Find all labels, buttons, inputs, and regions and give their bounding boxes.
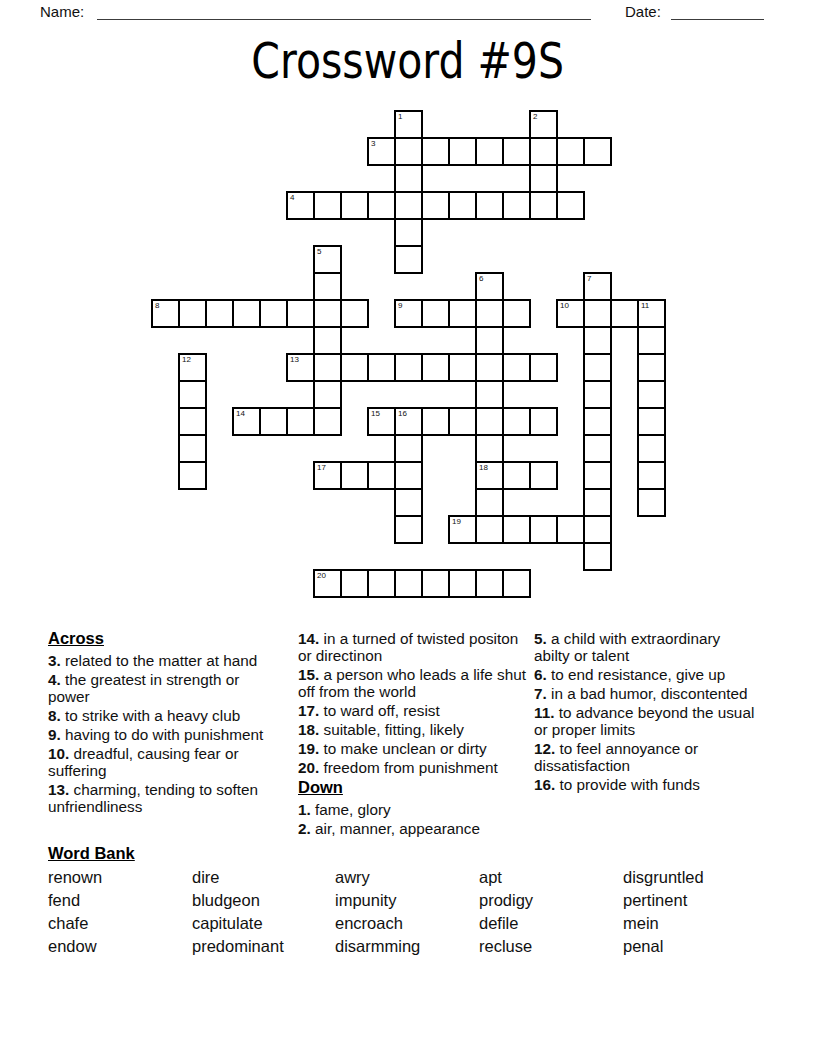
grid-cell-r16-c16[interactable] (583, 542, 612, 571)
cell-number-6: 6 (479, 274, 483, 284)
clue-number-down-6: 6. (534, 666, 547, 683)
clue-number-down-1: 1. (298, 801, 311, 818)
word-bank-word-capitulate: capitulate (192, 914, 263, 933)
page-title: Crossword #9S (0, 33, 816, 89)
cell-number-18: 18 (479, 463, 488, 473)
cell-number-1: 1 (398, 112, 402, 122)
word-bank-word-disgruntled: disgruntled (623, 868, 704, 887)
grid-cell-r7-c2[interactable] (205, 299, 234, 328)
grid-cell-r10-c6[interactable] (313, 380, 342, 409)
clue-number-across-19: 19. (298, 740, 319, 757)
cell-number-11: 11 (641, 301, 649, 311)
clue-number-across-17: 17. (298, 702, 319, 719)
grid-cell-r14-c16[interactable] (583, 488, 612, 517)
clue-across-13: 13. charming, tending to soften unfriend… (48, 781, 278, 815)
word-bank-word-pertinent: pertinent (623, 891, 687, 910)
word-bank-words: renowndireawryaptdisgruntledfendbludgeon… (48, 868, 788, 964)
grid-cell-r3-c14[interactable] (529, 191, 558, 220)
grid-cell-r13-c7[interactable] (340, 461, 369, 490)
word-bank-word-endow: endow (48, 937, 97, 956)
word-bank-word-bludgeon: bludgeon (192, 891, 260, 910)
clue-across-18: 18. suitable, fitting, likely (298, 721, 534, 738)
grid-cell-r7-c5[interactable] (286, 299, 315, 328)
grid-cell-r11-c18[interactable] (637, 407, 666, 436)
grid-cell-r13-c8[interactable] (367, 461, 396, 490)
clue-number-across-10: 10. (48, 745, 69, 762)
clue-number-across-3: 3. (48, 652, 61, 669)
grid-cell-r17-c12[interactable] (475, 569, 504, 598)
grid-cell-r15-c14[interactable] (529, 515, 558, 544)
cell-number-13: 13 (290, 355, 299, 365)
grid-cell-r3-c9[interactable] (394, 191, 423, 220)
clue-down-7: 7. in a bad humor, discontented (534, 685, 756, 702)
cell-number-19: 19 (452, 517, 461, 527)
grid-cell-r1-c12[interactable] (475, 137, 504, 166)
grid-cell-r13-c9[interactable] (394, 461, 423, 490)
grid-cell-r9-c14[interactable] (529, 353, 558, 382)
grid-cell-r11-c12[interactable] (475, 407, 504, 436)
grid-cell-r6-c12[interactable]: 6 (475, 272, 504, 301)
grid-cell-r10-c18[interactable] (637, 380, 666, 409)
grid-cell-r15-c11[interactable]: 19 (448, 515, 477, 544)
grid-cell-r15-c12[interactable] (475, 515, 504, 544)
grid-cell-r17-c6[interactable]: 20 (313, 569, 342, 598)
grid-cell-r9-c13[interactable] (502, 353, 531, 382)
grid-cell-r8-c6[interactable] (313, 326, 342, 355)
grid-cell-r12-c18[interactable] (637, 434, 666, 463)
grid-cell-r11-c5[interactable] (286, 407, 315, 436)
grid-cell-r14-c9[interactable] (394, 488, 423, 517)
grid-cell-r11-c1[interactable] (178, 407, 207, 436)
grid-cell-r12-c1[interactable] (178, 434, 207, 463)
grid-cell-r3-c7[interactable] (340, 191, 369, 220)
grid-cell-r15-c13[interactable] (502, 515, 531, 544)
grid-cell-r8-c18[interactable] (637, 326, 666, 355)
grid-cell-r3-c5[interactable]: 4 (286, 191, 315, 220)
grid-cell-r7-c11[interactable] (448, 299, 477, 328)
clue-number-down-7: 7. (534, 685, 547, 702)
date-label: Date: (625, 3, 661, 20)
grid-cell-r1-c9[interactable] (394, 137, 423, 166)
grid-cell-r2-c14[interactable] (529, 164, 558, 193)
word-bank: Word Bank renowndireawryaptdisgruntledfe… (48, 844, 788, 964)
grid-cell-r11-c13[interactable] (502, 407, 531, 436)
grid-cell-r11-c6[interactable] (313, 407, 342, 436)
grid-cell-r5-c9[interactable] (394, 245, 423, 274)
clue-across-3: 3. related to the matter at hand (48, 652, 278, 669)
clue-across-8: 8. to strike with a heavy club (48, 707, 278, 724)
grid-cell-r14-c18[interactable] (637, 488, 666, 517)
grid-cell-r9-c6[interactable] (313, 353, 342, 382)
grid-cell-r11-c16[interactable] (583, 407, 612, 436)
crossword-grid: 3489101113141516171819201256712 (151, 110, 666, 598)
clue-number-down-2: 2. (298, 820, 311, 837)
grid-cell-r1-c8[interactable]: 3 (367, 137, 396, 166)
cell-number-10: 10 (560, 301, 569, 311)
grid-cell-r12-c12[interactable] (475, 434, 504, 463)
word-bank-word-apt: apt (479, 868, 502, 887)
clue-down-16: 16. to provide with funds (534, 776, 756, 793)
word-bank-word-penal: penal (623, 937, 663, 956)
clue-across-19: 19. to make unclean or dirty (298, 740, 534, 757)
name-label: Name: (40, 3, 84, 20)
grid-cell-r7-c1[interactable] (178, 299, 207, 328)
grid-cell-r17-c7[interactable] (340, 569, 369, 598)
grid-cell-r6-c6[interactable] (313, 272, 342, 301)
grid-cell-r17-c13[interactable] (502, 569, 531, 598)
grid-cell-r17-c11[interactable] (448, 569, 477, 598)
grid-cell-r7-c3[interactable] (232, 299, 261, 328)
grid-cell-r7-c15[interactable]: 10 (556, 299, 585, 328)
grid-cell-r11-c14[interactable] (529, 407, 558, 436)
grid-cell-r1-c11[interactable] (448, 137, 477, 166)
cell-number-3: 3 (371, 139, 375, 149)
word-bank-word-encroach: encroach (335, 914, 403, 933)
cell-number-17: 17 (317, 463, 326, 473)
word-bank-word-chafe: chafe (48, 914, 88, 933)
across-heading: Across (48, 629, 278, 648)
cell-number-20: 20 (317, 571, 326, 581)
grid-cell-r9-c9[interactable] (394, 353, 423, 382)
grid-cell-r13-c12[interactable]: 18 (475, 461, 504, 490)
grid-cell-r7-c0[interactable]: 8 (151, 299, 180, 328)
clue-number-across-9: 9. (48, 726, 61, 743)
grid-cell-r11-c3[interactable]: 14 (232, 407, 261, 436)
word-bank-word-disarmming: disarmming (335, 937, 420, 956)
grid-cell-r15-c15[interactable] (556, 515, 585, 544)
grid-cell-r7-c9[interactable]: 9 (394, 299, 423, 328)
cell-number-2: 2 (533, 112, 537, 122)
clue-across-17: 17. to ward off, resist (298, 702, 534, 719)
clue-across-9: 9. having to do with punishment (48, 726, 278, 743)
clue-number-across-4: 4. (48, 671, 61, 688)
grid-cell-r1-c14[interactable] (529, 137, 558, 166)
grid-cell-r7-c7[interactable] (340, 299, 369, 328)
grid-cell-r15-c9[interactable] (394, 515, 423, 544)
grid-cell-r8-c12[interactable] (475, 326, 504, 355)
worksheet-page: Name: Date: Crossword #9S 34891011131415… (0, 0, 816, 1056)
clue-number-across-13: 13. (48, 781, 69, 798)
grid-cell-r7-c13[interactable] (502, 299, 531, 328)
grid-cell-r3-c13[interactable] (502, 191, 531, 220)
grid-cell-r3-c10[interactable] (421, 191, 450, 220)
grid-cell-r9-c7[interactable] (340, 353, 369, 382)
grid-cell-r3-c12[interactable] (475, 191, 504, 220)
word-bank-word-dire: dire (192, 868, 220, 887)
grid-cell-r0-c9[interactable]: 1 (394, 110, 423, 139)
page-title-text: Crossword #9S (252, 33, 565, 89)
clue-across-14: 14. in a turned of twisted positon or di… (298, 630, 534, 664)
grid-cell-r11-c4[interactable] (259, 407, 288, 436)
word-bank-word-predominant: predominant (192, 937, 284, 956)
grid-cell-r7-c12[interactable] (475, 299, 504, 328)
grid-cell-r7-c18[interactable]: 11 (637, 299, 666, 328)
grid-cell-r3-c8[interactable] (367, 191, 396, 220)
cell-number-16: 16 (398, 409, 407, 419)
clue-number-down-12: 12. (534, 740, 555, 757)
grid-cell-r13-c18[interactable] (637, 461, 666, 490)
word-bank-word-defile: defile (479, 914, 518, 933)
grid-cell-r3-c15[interactable] (556, 191, 585, 220)
grid-cell-r7-c17[interactable] (610, 299, 639, 328)
grid-cell-r9-c1[interactable]: 12 (178, 353, 207, 382)
clue-down-2: 2. air, manner, appearance (298, 820, 534, 837)
word-bank-heading: Word Bank (48, 844, 788, 863)
grid-cell-r11-c9[interactable]: 16 (394, 407, 423, 436)
date-blank-line[interactable] (671, 19, 764, 20)
cell-number-4: 4 (290, 193, 294, 203)
down-heading: Down (298, 778, 534, 797)
clue-down-1: 1. fame, glory (298, 801, 534, 818)
clue-number-across-14: 14. (298, 630, 319, 647)
clue-column-across: Across3. related to the matter at hand4.… (48, 629, 278, 817)
grid-cell-r9-c18[interactable] (637, 353, 666, 382)
clue-column-middle: 14. in a turned of twisted positon or di… (298, 630, 534, 839)
grid-cell-r4-c9[interactable] (394, 218, 423, 247)
word-bank-word-renown: renown (48, 868, 102, 887)
grid-cell-r5-c6[interactable]: 5 (313, 245, 342, 274)
word-bank-word-recluse: recluse (479, 937, 532, 956)
grid-cell-r12-c9[interactable] (394, 434, 423, 463)
grid-cell-r1-c13[interactable] (502, 137, 531, 166)
grid-cell-r7-c4[interactable] (259, 299, 288, 328)
word-bank-word-fend: fend (48, 891, 80, 910)
clue-down-6: 6. to end resistance, give up (534, 666, 756, 683)
grid-cell-r3-c6[interactable] (313, 191, 342, 220)
grid-cell-r11-c11[interactable] (448, 407, 477, 436)
clue-number-across-8: 8. (48, 707, 61, 724)
grid-cell-r14-c12[interactable] (475, 488, 504, 517)
grid-cell-r1-c10[interactable] (421, 137, 450, 166)
grid-cell-r17-c10[interactable] (421, 569, 450, 598)
clue-number-down-11: 11. (534, 704, 554, 721)
cell-number-9: 9 (398, 301, 402, 311)
grid-cell-r7-c6[interactable] (313, 299, 342, 328)
grid-cell-r9-c16[interactable] (583, 353, 612, 382)
grid-cell-r2-c9[interactable] (394, 164, 423, 193)
cell-number-5: 5 (317, 247, 321, 257)
clue-across-4: 4. the greatest in strength or power (48, 671, 278, 705)
grid-cell-r9-c8[interactable] (367, 353, 396, 382)
grid-cell-r10-c12[interactable] (475, 380, 504, 409)
grid-cell-r6-c16[interactable]: 7 (583, 272, 612, 301)
grid-cell-r9-c5[interactable]: 13 (286, 353, 315, 382)
grid-cell-r3-c11[interactable] (448, 191, 477, 220)
grid-cell-r10-c1[interactable] (178, 380, 207, 409)
cell-number-15: 15 (371, 409, 380, 419)
grid-cell-r15-c16[interactable] (583, 515, 612, 544)
grid-cell-r12-c16[interactable] (583, 434, 612, 463)
cell-number-12: 12 (182, 355, 191, 365)
grid-cell-r0-c14[interactable]: 2 (529, 110, 558, 139)
word-bank-word-impunity: impunity (335, 891, 396, 910)
cell-number-8: 8 (155, 301, 159, 311)
word-bank-word-awry: awry (335, 868, 370, 887)
clue-down-11: 11. to advance beyond the usual or prope… (534, 704, 756, 738)
clue-across-20: 20. freedom from punishment (298, 759, 534, 776)
grid-cell-r13-c1[interactable] (178, 461, 207, 490)
clue-number-across-18: 18. (298, 721, 319, 738)
clue-across-15: 15. a person who leads a life shut off f… (298, 666, 534, 700)
grid-cell-r17-c8[interactable] (367, 569, 396, 598)
clue-column-down: 5. a child with extraordinary abilty or … (534, 630, 756, 795)
clue-down-5: 5. a child with extraordinary abilty or … (534, 630, 756, 664)
grid-cell-r10-c16[interactable] (583, 380, 612, 409)
grid-cell-r13-c14[interactable] (529, 461, 558, 490)
grid-cell-r9-c11[interactable] (448, 353, 477, 382)
grid-cell-r11-c8[interactable]: 15 (367, 407, 396, 436)
word-bank-word-mein: mein (623, 914, 659, 933)
grid-cell-r13-c6[interactable]: 17 (313, 461, 342, 490)
clue-number-across-15: 15. (298, 666, 319, 683)
grid-cell-r13-c16[interactable] (583, 461, 612, 490)
grid-cell-r9-c12[interactable] (475, 353, 504, 382)
word-bank-word-prodigy: prodigy (479, 891, 533, 910)
grid-cell-r11-c10[interactable] (421, 407, 450, 436)
name-blank-line[interactable] (97, 19, 591, 20)
cell-number-7: 7 (587, 274, 591, 284)
cell-number-14: 14 (236, 409, 245, 419)
grid-cell-r1-c15[interactable] (556, 137, 585, 166)
grid-cell-r17-c9[interactable] (394, 569, 423, 598)
clue-number-across-20: 20. (298, 759, 319, 776)
clue-across-10: 10. dreadful, causing fear or suffering (48, 745, 278, 779)
grid-cell-r13-c13[interactable] (502, 461, 531, 490)
grid-cell-r9-c10[interactable] (421, 353, 450, 382)
clue-number-down-5: 5. (534, 630, 547, 647)
grid-cell-r8-c16[interactable] (583, 326, 612, 355)
grid-cell-r7-c10[interactable] (421, 299, 450, 328)
grid-cell-r1-c16[interactable] (583, 137, 612, 166)
clue-number-down-16: 16. (534, 776, 555, 793)
clue-down-12: 12. to feel annoyance or dissatisfaction (534, 740, 756, 774)
grid-cell-r7-c16[interactable] (583, 299, 612, 328)
